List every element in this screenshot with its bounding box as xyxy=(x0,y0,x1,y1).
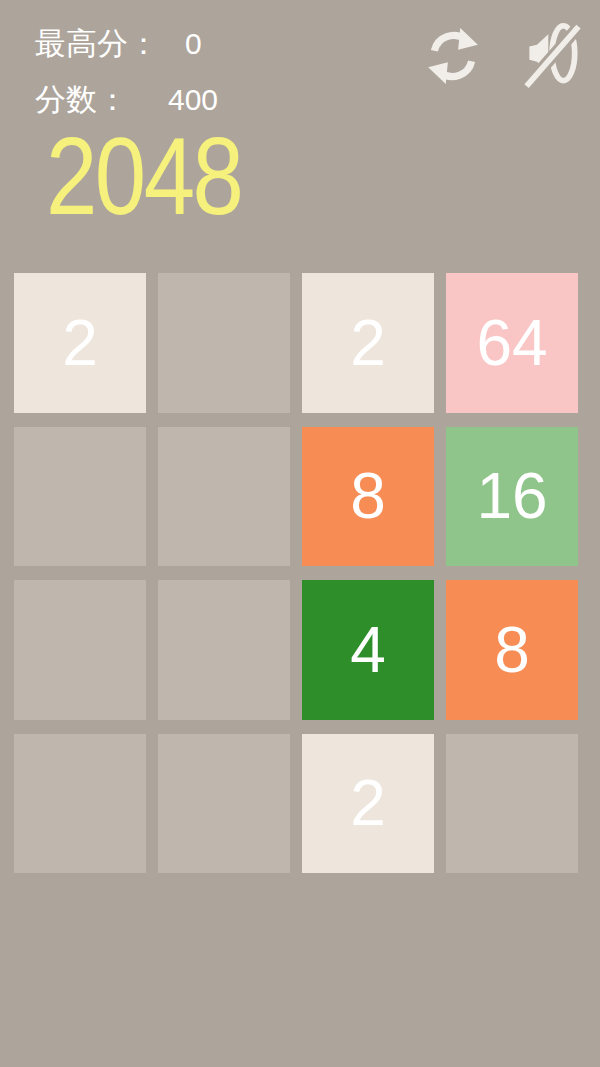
score-panel: 最高分： 0 分数： 400 xyxy=(35,16,218,128)
cell-2-1-empty xyxy=(158,580,290,720)
best-score-row: 最高分： 0 xyxy=(35,16,218,72)
current-score-value: 400 xyxy=(168,83,218,117)
mute-button[interactable] xyxy=(522,22,584,90)
cell-0-1-empty xyxy=(158,273,290,413)
cell-1-1-empty xyxy=(158,427,290,567)
sound-muted-icon xyxy=(522,22,584,90)
refresh-button[interactable] xyxy=(422,22,484,90)
cell-0-3-tile-64: 64 xyxy=(446,273,578,413)
cell-1-2-tile-8: 8 xyxy=(302,427,434,567)
cell-1-3-tile-16: 16 xyxy=(446,427,578,567)
game-board[interactable]: 2264816482 xyxy=(14,273,578,873)
cell-3-2-tile-2: 2 xyxy=(302,734,434,874)
cell-2-2-tile-4: 4 xyxy=(302,580,434,720)
cell-3-0-empty xyxy=(14,734,146,874)
cell-2-0-empty xyxy=(14,580,146,720)
refresh-icon xyxy=(422,22,484,90)
cell-1-0-empty xyxy=(14,427,146,567)
cell-3-3-empty xyxy=(446,734,578,874)
cell-0-0-tile-2: 2 xyxy=(14,273,146,413)
cell-3-1-empty xyxy=(158,734,290,874)
best-score-label: 最高分： xyxy=(35,23,159,65)
cell-2-3-tile-8: 8 xyxy=(446,580,578,720)
game-title: 2048 xyxy=(46,124,241,228)
cell-0-2-tile-2: 2 xyxy=(302,273,434,413)
best-score-value: 0 xyxy=(185,27,202,61)
